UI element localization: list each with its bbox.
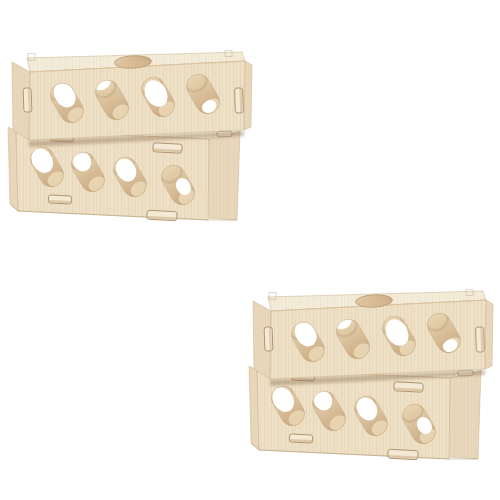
product-set-bottom-right — [249, 290, 493, 460]
product-photo-canvas — [0, 0, 500, 500]
product-photo — [0, 0, 500, 500]
product-set-top-left — [8, 51, 252, 221]
